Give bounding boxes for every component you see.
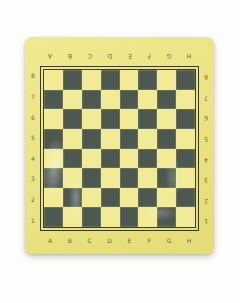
rank-label-right-6: 6 (201, 107, 211, 128)
square-a7 (44, 90, 63, 110)
square-e3 (120, 168, 139, 188)
square-f8 (138, 70, 157, 90)
rank-label-left-3: 3 (28, 169, 38, 190)
square-a8 (44, 70, 63, 90)
square-c6 (82, 109, 101, 129)
square-b2 (63, 188, 82, 208)
square-d5 (101, 129, 120, 149)
rank-label-left-8: 8 (28, 66, 38, 87)
square-c4 (82, 149, 101, 169)
file-label-bottom-c: C (80, 235, 100, 247)
square-e6 (120, 109, 139, 129)
file-label-bottom-b: B (60, 235, 80, 247)
square-d2 (101, 188, 120, 208)
square-h4 (176, 149, 195, 169)
square-e2 (120, 188, 139, 208)
square-e1 (120, 207, 139, 227)
square-f6 (138, 109, 157, 129)
square-h2 (176, 188, 195, 208)
square-b3 (63, 168, 82, 188)
square-f4 (138, 149, 157, 169)
square-b4 (63, 149, 82, 169)
file-label-top-h: H (179, 50, 199, 62)
file-label-top-c: C (80, 50, 100, 62)
square-d3 (101, 168, 120, 188)
file-label-top-a: A (40, 50, 60, 62)
file-label-top-g: G (159, 50, 179, 62)
square-a6 (44, 109, 63, 129)
square-h7 (176, 90, 195, 110)
square-c8 (82, 70, 101, 90)
rank-label-right-5: 5 (201, 128, 211, 149)
rank-label-left-7: 7 (28, 87, 38, 108)
square-b8 (63, 70, 82, 90)
file-label-top-b: B (60, 50, 80, 62)
square-f1 (138, 207, 157, 227)
file-label-bottom-f: F (139, 235, 159, 247)
file-label-bottom-e: E (120, 235, 140, 247)
rank-label-right-3: 3 (201, 169, 211, 190)
square-f3 (138, 168, 157, 188)
square-f2 (138, 188, 157, 208)
square-e7 (120, 90, 139, 110)
square-b7 (63, 90, 82, 110)
square-a5 (44, 129, 63, 149)
square-a2 (44, 188, 63, 208)
chessboard-mat: ABCDEFGH 87654321 87654321 ABCDEFGH (25, 37, 214, 254)
rank-label-left-4: 4 (28, 149, 38, 170)
square-f7 (138, 90, 157, 110)
square-h3 (176, 168, 195, 188)
square-a1 (44, 207, 63, 227)
square-e4 (120, 149, 139, 169)
rank-label-left-2: 2 (28, 190, 38, 211)
square-c5 (82, 129, 101, 149)
board-frame-inner (43, 69, 196, 228)
rank-label-right-7: 7 (201, 87, 211, 108)
square-d4 (101, 149, 120, 169)
photo-background: ABCDEFGH 87654321 87654321 ABCDEFGH (0, 0, 240, 303)
square-e5 (120, 129, 139, 149)
rank-label-left-1: 1 (28, 210, 38, 231)
square-h1 (176, 207, 195, 227)
square-c1 (82, 207, 101, 227)
square-c3 (82, 168, 101, 188)
square-d7 (101, 90, 120, 110)
square-a3 (44, 168, 63, 188)
square-h5 (176, 129, 195, 149)
square-b1 (63, 207, 82, 227)
rank-label-right-4: 4 (201, 149, 211, 170)
chessboard-grid (44, 70, 195, 227)
rank-label-left-5: 5 (28, 128, 38, 149)
square-g4 (157, 149, 176, 169)
file-label-bottom-a: A (40, 235, 60, 247)
file-label-top-e: E (120, 50, 140, 62)
rank-label-left-6: 6 (28, 107, 38, 128)
square-c7 (82, 90, 101, 110)
square-g1 (157, 207, 176, 227)
file-labels-bottom: ABCDEFGH (40, 235, 199, 247)
square-g6 (157, 109, 176, 129)
file-label-bottom-d: D (100, 235, 120, 247)
square-g7 (157, 90, 176, 110)
rank-labels-right: 87654321 (201, 66, 211, 231)
file-labels-top: ABCDEFGH (40, 50, 199, 62)
square-g2 (157, 188, 176, 208)
square-a4 (44, 149, 63, 169)
file-label-top-f: F (139, 50, 159, 62)
square-d1 (101, 207, 120, 227)
square-d6 (101, 109, 120, 129)
rank-labels-left: 87654321 (28, 66, 38, 231)
rank-label-right-8: 8 (201, 66, 211, 87)
square-h6 (176, 109, 195, 129)
file-label-bottom-g: G (159, 235, 179, 247)
rank-label-right-2: 2 (201, 190, 211, 211)
rank-label-right-1: 1 (201, 210, 211, 231)
square-c2 (82, 188, 101, 208)
square-h8 (176, 70, 195, 90)
file-label-top-d: D (100, 50, 120, 62)
square-e8 (120, 70, 139, 90)
square-g5 (157, 129, 176, 149)
square-g3 (157, 168, 176, 188)
square-d8 (101, 70, 120, 90)
board-frame-outer (40, 66, 199, 231)
file-label-bottom-h: H (179, 235, 199, 247)
square-b6 (63, 109, 82, 129)
square-f5 (138, 129, 157, 149)
square-b5 (63, 129, 82, 149)
square-g8 (157, 70, 176, 90)
